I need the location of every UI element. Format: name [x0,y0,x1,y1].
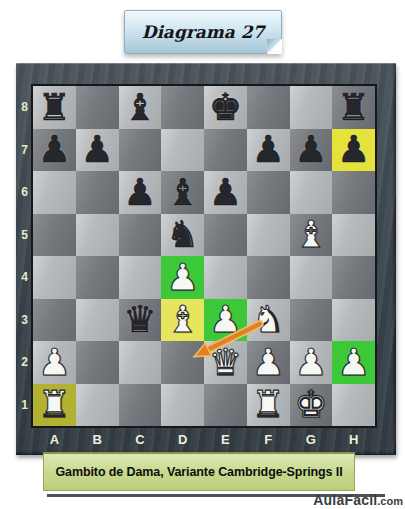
piece-black-pawn-e6[interactable]: ♟ [209,174,242,211]
square-c2[interactable] [119,341,162,384]
square-e7[interactable] [204,129,247,172]
caption-box: Gambito de Dama, Variante Cambridge-Spri… [43,452,355,491]
piece-black-pawn-a7[interactable]: ♟ [38,131,71,168]
square-c3[interactable]: ♛ [119,299,162,342]
square-h6[interactable] [332,171,375,214]
piece-white-bishop-g5[interactable]: ♝ [294,216,327,253]
plaque-folded-corner [267,39,282,54]
square-b3[interactable] [76,299,119,342]
file-label-b: B [76,426,119,453]
square-e1[interactable] [204,384,247,427]
piece-black-bishop-c8[interactable]: ♝ [123,89,156,126]
square-d3[interactable]: ♝ [161,299,204,342]
square-b7[interactable]: ♟ [76,129,119,172]
caption-text: Gambito de Dama, Variante Cambridge-Spri… [55,465,342,479]
piece-black-rook-a8[interactable]: ♜ [38,89,71,126]
square-g1[interactable]: ♚ [290,384,333,427]
square-f3[interactable]: ♞ [247,299,290,342]
chess-board: ♜♝♚♜♟♟♟♟♟♟♝♟♞♝♟♛♝♟♞♟♛♟♟♟♜♜♚ [33,86,375,426]
square-b4[interactable] [76,256,119,299]
piece-black-pawn-h7[interactable]: ♟ [337,131,370,168]
piece-white-pawn-f2[interactable]: ♟ [252,344,285,381]
file-label-f: F [247,426,290,453]
square-b1[interactable] [76,384,119,427]
rank-label-3: 3 [16,299,33,342]
square-d8[interactable] [161,86,204,129]
square-g2[interactable]: ♟ [290,341,333,384]
square-h2[interactable]: ♟ [332,341,375,384]
diagram-page: Diagrama 27 87654321 ABCDEFGH ♜♝♚♜♟♟♟♟♟♟… [0,0,405,509]
square-f5[interactable] [247,214,290,257]
square-b8[interactable] [76,86,119,129]
square-a1[interactable]: ♜ [33,384,76,427]
piece-white-pawn-e3[interactable]: ♟ [209,301,242,338]
square-f7[interactable]: ♟ [247,129,290,172]
piece-white-pawn-g2[interactable]: ♟ [294,344,327,381]
piece-white-knight-f3[interactable]: ♞ [252,301,285,338]
square-g4[interactable] [290,256,333,299]
square-g5[interactable]: ♝ [290,214,333,257]
square-d2[interactable] [161,341,204,384]
square-c1[interactable] [119,384,162,427]
square-d1[interactable] [161,384,204,427]
square-e5[interactable] [204,214,247,257]
square-h3[interactable] [332,299,375,342]
square-h5[interactable] [332,214,375,257]
square-h7[interactable]: ♟ [332,129,375,172]
piece-black-pawn-f7[interactable]: ♟ [252,131,285,168]
watermark: AulaFacil.com [313,491,403,509]
square-g7[interactable]: ♟ [290,129,333,172]
piece-black-queen-c3[interactable]: ♛ [123,301,156,338]
piece-white-pawn-a2[interactable]: ♟ [38,344,71,381]
chess-board-frame: 87654321 ABCDEFGH ♜♝♚♜♟♟♟♟♟♟♝♟♞♝♟♛♝♟♞♟♛♟… [16,63,396,455]
piece-black-rook-h8[interactable]: ♜ [337,89,370,126]
file-label-a: A [33,426,76,453]
square-b6[interactable] [76,171,119,214]
square-a6[interactable] [33,171,76,214]
rank-label-6: 6 [16,171,33,214]
piece-white-rook-a1[interactable]: ♜ [38,386,71,423]
piece-black-king-e8[interactable]: ♚ [209,89,242,126]
square-a4[interactable] [33,256,76,299]
piece-white-rook-f1[interactable]: ♜ [252,386,285,423]
rank-label-5: 5 [16,214,33,257]
square-e6[interactable]: ♟ [204,171,247,214]
square-a2[interactable]: ♟ [33,341,76,384]
square-h4[interactable] [332,256,375,299]
piece-white-pawn-h2[interactable]: ♟ [337,344,370,381]
diagram-title-plaque: Diagrama 27 [124,10,282,54]
square-a7[interactable]: ♟ [33,129,76,172]
square-h1[interactable] [332,384,375,427]
piece-black-pawn-g7[interactable]: ♟ [294,131,327,168]
square-e3[interactable]: ♟ [204,299,247,342]
watermark-tld: .com [377,495,403,507]
square-d5[interactable]: ♞ [161,214,204,257]
square-f6[interactable] [247,171,290,214]
square-d6[interactable]: ♝ [161,171,204,214]
square-f4[interactable] [247,256,290,299]
square-g6[interactable] [290,171,333,214]
square-f2[interactable]: ♟ [247,341,290,384]
piece-black-pawn-c6[interactable]: ♟ [123,174,156,211]
piece-black-pawn-b7[interactable]: ♟ [81,131,114,168]
square-e8[interactable]: ♚ [204,86,247,129]
square-g3[interactable] [290,299,333,342]
square-b5[interactable] [76,214,119,257]
square-b2[interactable] [76,341,119,384]
square-c6[interactable]: ♟ [119,171,162,214]
file-label-c: C [119,426,162,453]
square-a3[interactable] [33,299,76,342]
file-label-g: G [290,426,333,453]
rank-label-2: 2 [16,341,33,384]
rank-label-4: 4 [16,256,33,299]
square-c8[interactable]: ♝ [119,86,162,129]
square-e2[interactable]: ♛ [204,341,247,384]
square-e4[interactable] [204,256,247,299]
square-c4[interactable] [119,256,162,299]
rank-labels: 87654321 [16,86,33,426]
file-label-d: D [161,426,204,453]
square-a8[interactable]: ♜ [33,86,76,129]
rank-label-8: 8 [16,86,33,129]
file-labels: ABCDEFGH [33,426,375,453]
square-c7[interactable] [119,129,162,172]
piece-black-bishop-d6[interactable]: ♝ [166,174,199,211]
square-h8[interactable]: ♜ [332,86,375,129]
square-d7[interactable] [161,129,204,172]
watermark-name: AulaFacil [313,492,377,508]
piece-black-knight-d5[interactable]: ♞ [166,216,199,253]
diagram-title: Diagrama 27 [142,22,265,42]
square-a5[interactable] [33,214,76,257]
file-label-e: E [204,426,247,453]
piece-white-queen-e2[interactable]: ♛ [209,344,242,381]
piece-white-king-g1[interactable]: ♚ [294,386,327,423]
square-f8[interactable] [247,86,290,129]
square-g8[interactable] [290,86,333,129]
file-label-h: H [332,426,375,453]
square-f1[interactable]: ♜ [247,384,290,427]
piece-white-pawn-d4[interactable]: ♟ [166,259,199,296]
square-c5[interactable] [119,214,162,257]
rank-label-1: 1 [16,384,33,427]
board-squares: ♜♝♚♜♟♟♟♟♟♟♝♟♞♝♟♛♝♟♞♟♛♟♟♟♜♜♚ [33,86,375,426]
piece-white-bishop-d3[interactable]: ♝ [166,301,199,338]
square-d4[interactable]: ♟ [161,256,204,299]
rank-label-7: 7 [16,129,33,172]
